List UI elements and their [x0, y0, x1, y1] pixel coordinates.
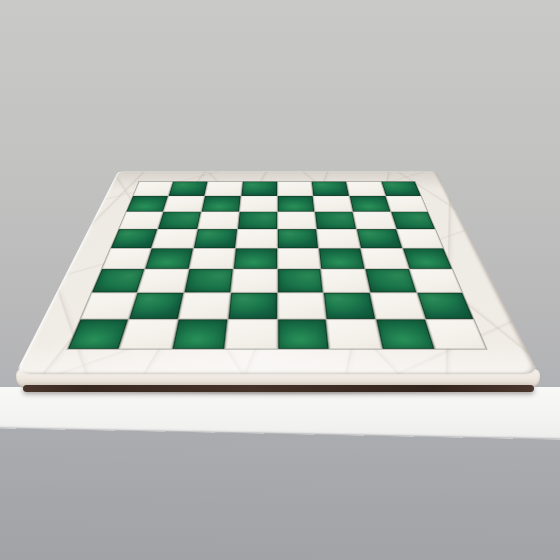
- square-c3: [185, 269, 233, 292]
- pedestal-front-face: [0, 428, 560, 560]
- square-a1: [68, 320, 129, 349]
- square-b4: [146, 248, 193, 269]
- square-h7: [386, 196, 428, 211]
- square-g5: [357, 229, 402, 248]
- square-c7: [202, 196, 241, 211]
- square-h6: [391, 212, 435, 229]
- square-g3: [366, 269, 416, 292]
- square-e2: [278, 293, 326, 319]
- square-h8: [381, 182, 421, 196]
- square-g8: [347, 182, 385, 196]
- square-e4: [278, 248, 321, 269]
- square-c1: [173, 320, 227, 349]
- square-c4: [190, 248, 235, 269]
- square-d7: [240, 196, 277, 211]
- square-g7: [350, 196, 390, 211]
- square-b1: [120, 320, 178, 349]
- square-e1: [278, 320, 329, 349]
- square-a5: [111, 229, 158, 248]
- square-a2: [80, 293, 136, 319]
- square-h3: [410, 269, 463, 292]
- square-g2: [371, 293, 425, 319]
- square-f1: [327, 320, 381, 349]
- square-f5: [317, 229, 360, 248]
- play-area: [68, 182, 487, 349]
- square-b5: [152, 229, 197, 248]
- square-g4: [361, 248, 408, 269]
- square-c2: [179, 293, 230, 319]
- square-f3: [322, 269, 370, 292]
- square-f4: [319, 248, 364, 269]
- product-photo: [0, 0, 560, 560]
- square-d1: [225, 320, 276, 349]
- square-d6: [238, 212, 277, 229]
- square-e5: [277, 229, 318, 248]
- square-a8: [133, 182, 173, 196]
- square-a7: [126, 196, 168, 211]
- square-d3: [231, 269, 276, 292]
- square-b7: [164, 196, 204, 211]
- square-d4: [234, 248, 277, 269]
- square-b2: [130, 293, 184, 319]
- square-d2: [228, 293, 276, 319]
- square-f6: [315, 212, 356, 229]
- square-a6: [119, 212, 163, 229]
- square-b8: [169, 182, 207, 196]
- square-f8: [312, 182, 349, 196]
- square-e6: [277, 212, 316, 229]
- square-c8: [205, 182, 242, 196]
- square-b6: [159, 212, 201, 229]
- square-c5: [194, 229, 237, 248]
- square-f7: [314, 196, 353, 211]
- square-e8: [277, 182, 312, 196]
- square-d8: [241, 182, 276, 196]
- square-h4: [403, 248, 453, 269]
- square-a3: [92, 269, 145, 292]
- square-e3: [278, 269, 323, 292]
- square-g6: [353, 212, 395, 229]
- board-base-edge: [23, 385, 534, 392]
- square-b3: [138, 269, 188, 292]
- square-g1: [376, 320, 433, 349]
- square-a4: [102, 248, 152, 269]
- square-h2: [417, 293, 473, 319]
- square-e7: [277, 196, 314, 211]
- square-h1: [426, 320, 487, 349]
- square-f2: [324, 293, 375, 319]
- square-d5: [236, 229, 277, 248]
- square-h5: [397, 229, 444, 248]
- square-c6: [198, 212, 239, 229]
